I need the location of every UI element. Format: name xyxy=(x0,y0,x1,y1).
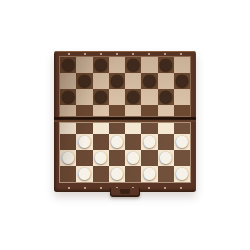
dark-piece[interactable]: ● xyxy=(126,56,140,72)
white-piece[interactable]: ● xyxy=(110,165,124,181)
square-g8[interactable]: ● xyxy=(158,57,174,73)
dark-piece[interactable]: ● xyxy=(175,72,189,88)
white-piece[interactable]: ● xyxy=(126,149,140,165)
product-photo-background: ●●●●●●●●●●●● ●●●●●●●●●●●● xyxy=(0,0,250,250)
board-bottom-half: ●●●●●●●●●●●● xyxy=(59,122,191,183)
square-a6[interactable]: ● xyxy=(60,89,76,105)
white-piece[interactable]: ● xyxy=(175,133,189,149)
square-c6[interactable]: ● xyxy=(93,89,109,105)
square-g5[interactable] xyxy=(158,105,174,116)
frame-tick xyxy=(141,187,157,190)
dark-piece[interactable]: ● xyxy=(61,56,75,72)
square-c1[interactable] xyxy=(93,166,109,182)
checkers-board: ●●●●●●●●●●●● ●●●●●●●●●●●● xyxy=(54,51,196,192)
square-c8[interactable]: ● xyxy=(93,57,109,73)
square-g2[interactable]: ● xyxy=(158,150,174,166)
square-e1[interactable] xyxy=(125,166,141,182)
square-b6[interactable] xyxy=(76,89,92,105)
dark-piece[interactable]: ● xyxy=(126,88,140,104)
square-f1[interactable]: ● xyxy=(141,166,157,182)
white-piece[interactable]: ● xyxy=(142,165,156,181)
square-h1[interactable]: ● xyxy=(174,166,190,182)
board-top-half: ●●●●●●●●●●●● xyxy=(59,56,191,117)
square-h6[interactable] xyxy=(174,89,190,105)
square-d1[interactable]: ● xyxy=(109,166,125,182)
frame-tick xyxy=(61,187,77,190)
square-b7[interactable]: ● xyxy=(76,73,92,89)
square-b3[interactable]: ● xyxy=(76,134,92,150)
dark-piece[interactable]: ● xyxy=(159,88,173,104)
square-e2[interactable]: ● xyxy=(125,150,141,166)
square-f3[interactable]: ● xyxy=(141,134,157,150)
dark-piece[interactable]: ● xyxy=(159,56,173,72)
square-d5[interactable] xyxy=(109,105,125,116)
white-piece[interactable]: ● xyxy=(77,133,91,149)
white-piece[interactable]: ● xyxy=(142,133,156,149)
square-d7[interactable]: ● xyxy=(109,73,125,89)
white-piece[interactable]: ● xyxy=(159,149,173,165)
bottom-half-grid: ●●●●●●●●●●●● xyxy=(60,123,190,182)
white-piece[interactable]: ● xyxy=(61,149,75,165)
dark-piece[interactable]: ● xyxy=(94,56,108,72)
white-piece[interactable]: ● xyxy=(110,133,124,149)
white-piece[interactable]: ● xyxy=(175,165,189,181)
square-c5[interactable] xyxy=(93,105,109,116)
square-g4[interactable] xyxy=(158,123,174,134)
dark-piece[interactable]: ● xyxy=(110,72,124,88)
square-d3[interactable]: ● xyxy=(109,134,125,150)
white-piece[interactable]: ● xyxy=(77,165,91,181)
square-g6[interactable]: ● xyxy=(158,89,174,105)
dark-piece[interactable]: ● xyxy=(61,88,75,104)
square-f7[interactable]: ● xyxy=(141,73,157,89)
square-a1[interactable] xyxy=(60,166,76,182)
frame-tick xyxy=(157,187,173,190)
square-e6[interactable]: ● xyxy=(125,89,141,105)
square-b1[interactable]: ● xyxy=(76,166,92,182)
square-d6[interactable] xyxy=(109,89,125,105)
square-b5[interactable] xyxy=(76,105,92,116)
square-f6[interactable] xyxy=(141,89,157,105)
latch-clasp-tab xyxy=(120,189,130,194)
square-h5[interactable] xyxy=(174,105,190,116)
dark-piece[interactable]: ● xyxy=(77,72,91,88)
frame-tick xyxy=(77,187,93,190)
square-f5[interactable] xyxy=(141,105,157,116)
latch-clasp[interactable] xyxy=(110,188,140,197)
square-h7[interactable]: ● xyxy=(174,73,190,89)
square-a4[interactable] xyxy=(60,123,76,134)
square-h3[interactable]: ● xyxy=(174,134,190,150)
square-a5[interactable] xyxy=(60,105,76,116)
square-e5[interactable] xyxy=(125,105,141,116)
square-a2[interactable]: ● xyxy=(60,150,76,166)
frame-tick xyxy=(173,187,189,190)
dark-piece[interactable]: ● xyxy=(94,88,108,104)
square-e4[interactable] xyxy=(125,123,141,134)
square-c4[interactable] xyxy=(93,123,109,134)
square-c2[interactable]: ● xyxy=(93,150,109,166)
square-e8[interactable]: ● xyxy=(125,57,141,73)
dark-piece[interactable]: ● xyxy=(142,72,156,88)
square-a8[interactable]: ● xyxy=(60,57,76,73)
frame-tick xyxy=(93,187,109,190)
white-piece[interactable]: ● xyxy=(94,149,108,165)
square-g1[interactable] xyxy=(158,166,174,182)
top-half-grid: ●●●●●●●●●●●● xyxy=(60,57,190,116)
